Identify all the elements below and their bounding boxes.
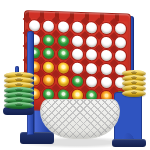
yellow-disc — [58, 75, 69, 86]
right-foot — [112, 139, 146, 147]
green-disc — [43, 34, 54, 45]
empty-hole — [43, 21, 54, 32]
empty-hole — [86, 49, 97, 60]
board-grid — [27, 19, 128, 104]
empty-hole — [86, 76, 97, 87]
right-ring-stack — [122, 70, 146, 100]
empty-hole — [101, 77, 112, 88]
orange-disc — [43, 75, 54, 86]
green-disc — [72, 76, 83, 87]
empty-hole — [101, 50, 112, 61]
empty-hole — [101, 36, 112, 47]
empty-hole — [86, 22, 97, 33]
left-ring-stack — [4, 72, 34, 112]
yellow-ring — [122, 90, 146, 97]
empty-hole — [101, 23, 112, 34]
green-disc — [58, 48, 69, 59]
green-disc — [43, 48, 54, 59]
empty-hole — [115, 50, 126, 61]
empty-hole — [115, 37, 126, 48]
empty-hole — [72, 22, 83, 33]
green-ring — [4, 102, 34, 109]
empty-hole — [101, 63, 112, 74]
empty-hole — [72, 35, 83, 46]
empty-hole — [115, 23, 126, 34]
product-photo-giant-connect-four — [0, 0, 150, 150]
empty-hole — [58, 21, 69, 32]
yellow-disc — [43, 61, 54, 72]
empty-hole — [72, 62, 83, 73]
empty-hole — [72, 49, 83, 60]
left-foot — [20, 132, 54, 144]
